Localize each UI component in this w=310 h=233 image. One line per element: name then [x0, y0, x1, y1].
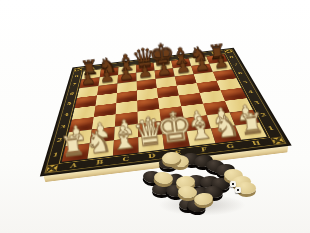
die-icon: [235, 187, 241, 193]
product-photo-chess-set: ABCDEFGH8♜♞♝♛♚♝♞♜87♟♟♟♟♟♟♟♟7665544332♟♟♟…: [0, 0, 310, 233]
checkers-pile: [0, 0, 310, 233]
